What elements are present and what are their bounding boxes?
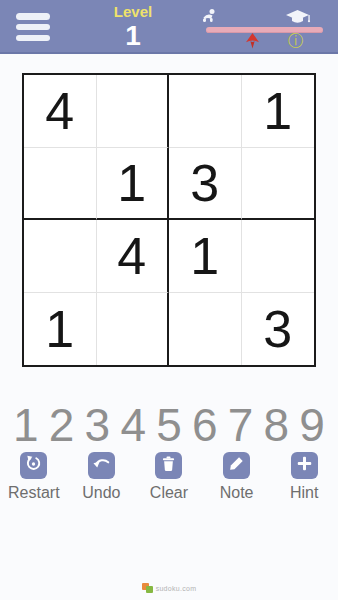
menu-icon[interactable] xyxy=(16,13,50,41)
cell-r1c3[interactable] xyxy=(242,148,315,221)
menu-bar xyxy=(16,35,50,42)
pencil-icon xyxy=(227,454,246,477)
numpad-2[interactable]: 2 xyxy=(49,402,75,448)
cell-r0c3[interactable]: 1 xyxy=(242,75,315,148)
numpad-3[interactable]: 3 xyxy=(85,402,111,448)
cell-r0c1[interactable] xyxy=(97,75,170,148)
hint-control: Hint xyxy=(270,452,338,502)
plus-icon xyxy=(295,454,314,477)
cell-r2c2[interactable]: 1 xyxy=(169,220,242,293)
watermark-text: sudoku.com xyxy=(156,585,197,592)
info-icon[interactable]: ⓘ xyxy=(287,32,305,50)
cell-r0c2[interactable] xyxy=(169,75,242,148)
numpad-9[interactable]: 9 xyxy=(299,402,325,448)
trash-icon xyxy=(159,454,178,477)
clear-button[interactable] xyxy=(155,452,182,479)
baby-icon xyxy=(202,8,216,23)
watermark-logo-icon xyxy=(142,583,153,594)
cell-r1c2[interactable]: 3 xyxy=(169,148,242,221)
restart-button[interactable] xyxy=(20,452,47,479)
cell-r3c0[interactable]: 1 xyxy=(24,293,97,366)
cell-r1c0[interactable] xyxy=(24,148,97,221)
restart-control: Restart xyxy=(0,452,68,502)
cell-r0c0[interactable]: 4 xyxy=(24,75,97,148)
undo-icon xyxy=(92,454,111,477)
progress-bar xyxy=(206,27,323,33)
undo-label: Undo xyxy=(82,484,120,502)
cell-r3c3[interactable]: 3 xyxy=(242,293,315,366)
undo-button[interactable] xyxy=(88,452,115,479)
level-indicator: Level 1 xyxy=(92,3,174,50)
restart-label: Restart xyxy=(8,484,60,502)
cell-r1c1[interactable]: 1 xyxy=(97,148,170,221)
numpad-1[interactable]: 1 xyxy=(13,402,39,448)
number-pad: 1 2 3 4 5 6 7 8 9 xyxy=(0,400,338,450)
progress-marker-icon xyxy=(245,33,260,49)
cell-r2c1[interactable]: 4 xyxy=(97,220,170,293)
cell-r3c2[interactable] xyxy=(169,293,242,366)
note-button[interactable] xyxy=(223,452,250,479)
level-value: 1 xyxy=(92,21,174,50)
menu-bar xyxy=(16,13,50,20)
menu-bar xyxy=(16,24,50,31)
toolbar: Restart Undo Clear xyxy=(0,452,338,502)
level-label: Level xyxy=(92,3,174,21)
numpad-4[interactable]: 4 xyxy=(120,402,146,448)
hint-label: Hint xyxy=(290,484,318,502)
cell-r3c1[interactable] xyxy=(97,293,170,366)
cell-r2c0[interactable] xyxy=(24,220,97,293)
undo-control: Undo xyxy=(68,452,136,502)
cell-r2c3[interactable] xyxy=(242,220,315,293)
watermark: sudoku.com xyxy=(0,581,338,595)
numpad-8[interactable]: 8 xyxy=(263,402,289,448)
clear-control: Clear xyxy=(135,452,203,502)
numpad-5[interactable]: 5 xyxy=(156,402,182,448)
numpad-6[interactable]: 6 xyxy=(192,402,218,448)
numpad-7[interactable]: 7 xyxy=(228,402,254,448)
sudoku-board: 4 1 1 3 4 1 1 3 xyxy=(22,73,316,367)
hint-button[interactable] xyxy=(291,452,318,479)
app-header: Level 1 ⓘ xyxy=(0,0,338,54)
note-label: Note xyxy=(220,484,254,502)
clear-label: Clear xyxy=(150,484,188,502)
note-control: Note xyxy=(203,452,271,502)
graduation-cap-icon xyxy=(285,9,312,26)
restart-icon xyxy=(24,454,43,477)
